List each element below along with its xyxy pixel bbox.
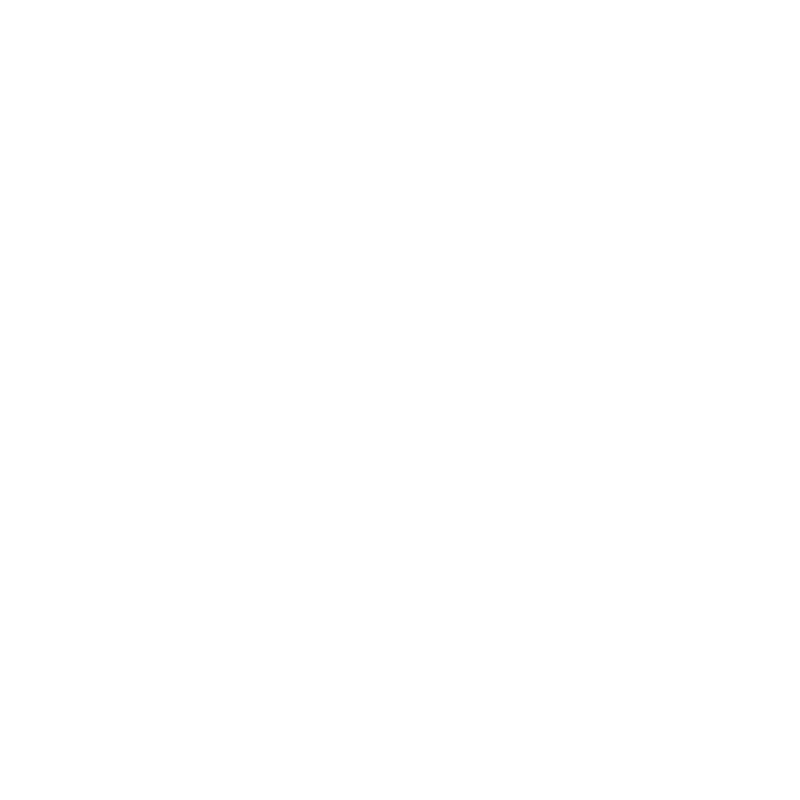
product-photo: [0, 0, 800, 800]
mold-photo-svg: [0, 0, 800, 800]
